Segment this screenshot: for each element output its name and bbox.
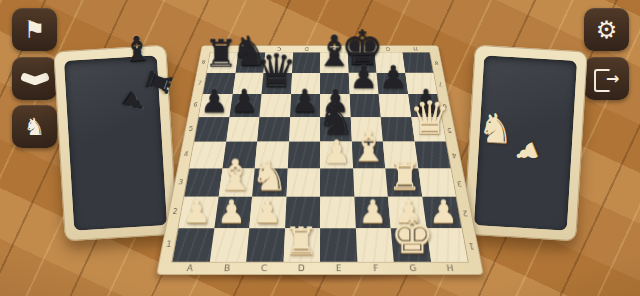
settings-gear-button[interactable]: ⚙ <box>584 8 629 51</box>
square-f4[interactable]: ♝ <box>351 142 385 169</box>
white-rook[interactable]: ♜ <box>284 222 318 260</box>
flag-icon: ⚑ <box>24 18 46 42</box>
coordinate-label: D <box>293 45 320 52</box>
white-pawn[interactable]: ♟ <box>217 195 246 227</box>
black-pawn[interactable]: ♟ <box>379 61 408 93</box>
square-d5[interactable] <box>289 117 320 142</box>
square-d6[interactable]: ♟ <box>290 94 320 117</box>
white-pawn[interactable]: ♟ <box>253 195 282 227</box>
coordinate-label: E <box>320 262 358 275</box>
square-h5[interactable]: ♛ <box>411 117 446 142</box>
square-a1[interactable] <box>172 228 214 262</box>
exit-button[interactable]: → <box>584 57 629 100</box>
coordinate-label: D <box>283 262 321 275</box>
square-a6[interactable]: ♟ <box>199 94 232 117</box>
white-knight[interactable]: ♞ <box>251 154 288 196</box>
square-a5[interactable] <box>194 117 229 142</box>
square-c7[interactable]: ♛ <box>261 73 291 94</box>
square-c1[interactable] <box>246 228 284 262</box>
square-c5[interactable] <box>257 117 290 142</box>
white-bishop[interactable]: ♝ <box>350 125 388 168</box>
resign-flag-button[interactable]: ⚑ <box>12 8 57 51</box>
coordinate-label: H <box>431 262 470 275</box>
file-labels-bottom: ABCDEFGH <box>170 262 470 275</box>
coordinate-label: E <box>320 45 347 52</box>
coordinate-label: C <box>245 262 283 275</box>
exit-arrow-icon: → <box>606 69 619 88</box>
square-a2[interactable]: ♟ <box>179 197 219 228</box>
square-c6[interactable] <box>259 94 290 117</box>
coordinate-label: 8 <box>429 53 443 73</box>
square-b5[interactable] <box>226 117 260 142</box>
coordinate-label: A <box>211 45 239 52</box>
square-b1[interactable] <box>209 228 249 262</box>
coordinate-label: G <box>394 262 433 275</box>
chess-app-screen: { "app": {"name": "Chess"}, "game": "che… <box>0 0 640 296</box>
square-b6[interactable]: ♟ <box>229 94 261 117</box>
exit-door-icon: → <box>594 69 620 89</box>
chess-board-scene: ABCDEFGH ABCDEFGH 87654321 87654321 ♜♞♝♚… <box>156 30 484 275</box>
square-f2[interactable]: ♟ <box>354 197 391 228</box>
white-king[interactable]: ♚ <box>390 212 434 261</box>
square-g6[interactable] <box>379 94 411 117</box>
coordinate-label: B <box>208 262 247 275</box>
coordinate-label: F <box>347 45 375 52</box>
white-pawn[interactable]: ♟ <box>359 195 388 227</box>
coordinate-label: F <box>357 262 395 275</box>
coordinate-label: A <box>170 262 209 275</box>
square-e3[interactable] <box>320 168 354 197</box>
square-d3[interactable] <box>286 168 320 197</box>
white-bishop[interactable]: ♝ <box>216 153 255 196</box>
white-pawn[interactable]: ♟ <box>322 135 351 167</box>
file-labels-top: ABCDEFGH <box>211 45 430 52</box>
chess-board: ABCDEFGH ABCDEFGH 87654321 87654321 ♜♞♝♚… <box>156 45 484 275</box>
white-pawn[interactable]: ♟ <box>182 195 211 227</box>
black-pawn[interactable]: ♟ <box>350 61 379 93</box>
square-g7[interactable]: ♟ <box>377 73 408 94</box>
square-d1[interactable]: ♜ <box>283 228 320 262</box>
handshake-icon <box>21 71 49 87</box>
square-b2[interactable]: ♟ <box>214 197 252 228</box>
white-rook[interactable]: ♜ <box>388 158 422 196</box>
square-c2[interactable]: ♟ <box>249 197 286 228</box>
coordinate-label: B <box>238 45 266 52</box>
coordinate-label: H <box>401 45 429 52</box>
black-pawn[interactable]: ♟ <box>291 85 319 116</box>
square-e2[interactable] <box>320 197 355 228</box>
square-d4[interactable] <box>287 142 320 169</box>
captured-black-bishop: ♝ <box>121 31 154 67</box>
square-f7[interactable]: ♟ <box>348 73 378 94</box>
black-pawn[interactable]: ♟ <box>230 85 258 116</box>
knight-icon: ♞ <box>24 115 46 139</box>
square-e1[interactable] <box>320 228 357 262</box>
coordinate-label: C <box>265 45 293 52</box>
square-f1[interactable] <box>355 228 393 262</box>
coordinate-label: G <box>374 45 402 52</box>
square-g1[interactable]: ♚ <box>391 228 431 262</box>
draw-handshake-button[interactable] <box>12 57 57 100</box>
knight-hint-button[interactable]: ♞ <box>12 105 57 148</box>
gear-icon: ⚙ <box>596 18 618 42</box>
black-pawn[interactable]: ♟ <box>200 85 228 116</box>
board-grid: ♜♞♝♚♛♟♟♟♟♟♟♟♞♛♟♝♝♞♜♟♟♟♟♟♟♜♚ <box>172 53 467 262</box>
square-e4[interactable]: ♟ <box>320 142 353 169</box>
